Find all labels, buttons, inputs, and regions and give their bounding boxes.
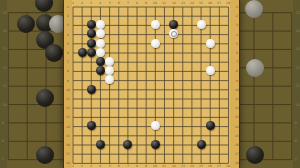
board-column-label: 5 xyxy=(109,1,111,4)
black-stone xyxy=(206,121,215,130)
black-stone xyxy=(197,140,206,149)
board-row-label: 18 xyxy=(66,162,70,165)
board-row-label: 18 xyxy=(235,162,239,165)
board-row-label: 11 xyxy=(66,98,70,101)
board-column-label: 14 xyxy=(190,1,194,4)
board-column-label: 17 xyxy=(217,164,221,167)
board-row-label: 6 xyxy=(67,52,69,55)
board-row-label: 12 xyxy=(66,107,70,110)
board-column-label: 18 xyxy=(227,164,231,167)
black-stone xyxy=(87,20,96,29)
board-row-label: 13 xyxy=(235,116,239,119)
board-row-label: 9 xyxy=(236,79,238,82)
black-stone xyxy=(96,66,105,75)
board-row-label: 13 xyxy=(66,116,70,119)
board-row-label: 14 xyxy=(66,125,70,128)
background-row-label: 12 xyxy=(296,66,300,69)
background-row-label: 8 xyxy=(1,140,3,143)
board-column-label: 6 xyxy=(118,164,120,167)
board-column-label: 1 xyxy=(72,164,74,167)
board-row-label: 17 xyxy=(66,153,70,156)
background-row-label: 11 xyxy=(2,85,6,88)
white-stone xyxy=(206,39,215,48)
board-row-label: 5 xyxy=(67,42,69,45)
black-stone xyxy=(87,39,96,48)
board-column-label: 15 xyxy=(199,164,203,167)
board-row-label: 1 xyxy=(67,6,69,9)
board-row-label: 4 xyxy=(236,33,238,36)
background-row-label: 7 xyxy=(1,158,3,161)
board-column-label: 2 xyxy=(81,1,83,4)
background-row-label: 14 xyxy=(2,29,6,32)
board-column-label: 8 xyxy=(136,1,138,4)
board-column-label: 13 xyxy=(181,1,185,4)
board-row-label: 2 xyxy=(236,15,238,18)
board-column-label: 11 xyxy=(163,164,167,167)
white-stone xyxy=(151,20,160,29)
board-column-label: 7 xyxy=(127,164,129,167)
board-row-label: 6 xyxy=(236,52,238,55)
board-row-label: 9 xyxy=(67,79,69,82)
black-stone xyxy=(87,48,96,57)
go-board[interactable]: 1234567891011121314151617181234567891011… xyxy=(63,0,240,168)
board-row-label: 8 xyxy=(67,70,69,73)
black-stone xyxy=(151,140,160,149)
background-row-label: 10 xyxy=(296,103,300,106)
board-column-label: 10 xyxy=(153,164,157,167)
board-row-label: 7 xyxy=(67,61,69,64)
black-stone xyxy=(78,48,87,57)
board-column-label: 14 xyxy=(190,164,194,167)
board-column-label: 5 xyxy=(109,164,111,167)
board-row-label: 8 xyxy=(236,70,238,73)
background-row-label: 10 xyxy=(2,103,6,106)
board-column-label: 2 xyxy=(81,164,83,167)
board-row-label: 12 xyxy=(235,107,239,110)
board-row-label: 10 xyxy=(66,88,70,91)
white-stone xyxy=(96,20,105,29)
board-column-label: 16 xyxy=(208,164,212,167)
board-row-label: 5 xyxy=(236,42,238,45)
white-stone xyxy=(96,39,105,48)
background-row-label: 12 xyxy=(2,66,6,69)
black-stone xyxy=(96,140,105,149)
board-column-label: 17 xyxy=(217,1,221,4)
board-row-label: 1 xyxy=(236,6,238,9)
board-column-label: 18 xyxy=(227,1,231,4)
background-row-label: 9 xyxy=(295,121,297,124)
board-column-label: 7 xyxy=(127,1,129,4)
board-column-label: 12 xyxy=(172,164,176,167)
board-column-label: 12 xyxy=(172,1,176,4)
screenshot-canvas: 151413121110987151413121110987 123456789… xyxy=(0,0,300,168)
board-row-label: 11 xyxy=(235,98,239,101)
board-row-label: 3 xyxy=(67,24,69,27)
board-row-label: 15 xyxy=(235,134,239,137)
board-row-label: 16 xyxy=(66,144,70,147)
white-stone xyxy=(151,39,160,48)
board-row-label: 3 xyxy=(236,24,238,27)
board-row-label: 16 xyxy=(235,144,239,147)
background-row-label: 8 xyxy=(295,140,297,143)
background-row-label: 9 xyxy=(1,121,3,124)
board-row-label: 2 xyxy=(67,15,69,18)
black-stone xyxy=(87,85,96,94)
board-row-label: 10 xyxy=(235,88,239,91)
board-column-label: 6 xyxy=(118,1,120,4)
white-stone xyxy=(206,66,215,75)
board-column-label: 9 xyxy=(145,1,147,4)
board-column-label: 3 xyxy=(90,1,92,4)
background-row-label: 14 xyxy=(296,29,300,32)
board-column-label: 1 xyxy=(72,1,74,4)
black-stone xyxy=(96,57,105,66)
board-row-label: 15 xyxy=(66,134,70,137)
board-column-label: 3 xyxy=(90,164,92,167)
background-row-label: 13 xyxy=(296,48,300,51)
board-column-label: 13 xyxy=(181,164,185,167)
board-column-label: 16 xyxy=(208,1,212,4)
white-stone xyxy=(96,48,105,57)
board-column-label: 8 xyxy=(136,164,138,167)
board-row-label: 7 xyxy=(236,61,238,64)
white-stone xyxy=(197,20,206,29)
background-row-label: 15 xyxy=(296,11,300,14)
board-row-label: 17 xyxy=(235,153,239,156)
background-row-label: 13 xyxy=(2,48,6,51)
background-row-label: 15 xyxy=(2,11,6,14)
board-column-label: 11 xyxy=(163,1,167,4)
background-row-label: 7 xyxy=(295,158,297,161)
board-row-label: 14 xyxy=(235,125,239,128)
white-stone xyxy=(105,57,114,66)
board-column-label: 9 xyxy=(145,164,147,167)
board-column-label: 15 xyxy=(199,1,203,4)
board-column-label: 10 xyxy=(153,1,157,4)
board-row-label: 4 xyxy=(67,33,69,36)
background-row-label: 11 xyxy=(296,85,300,88)
